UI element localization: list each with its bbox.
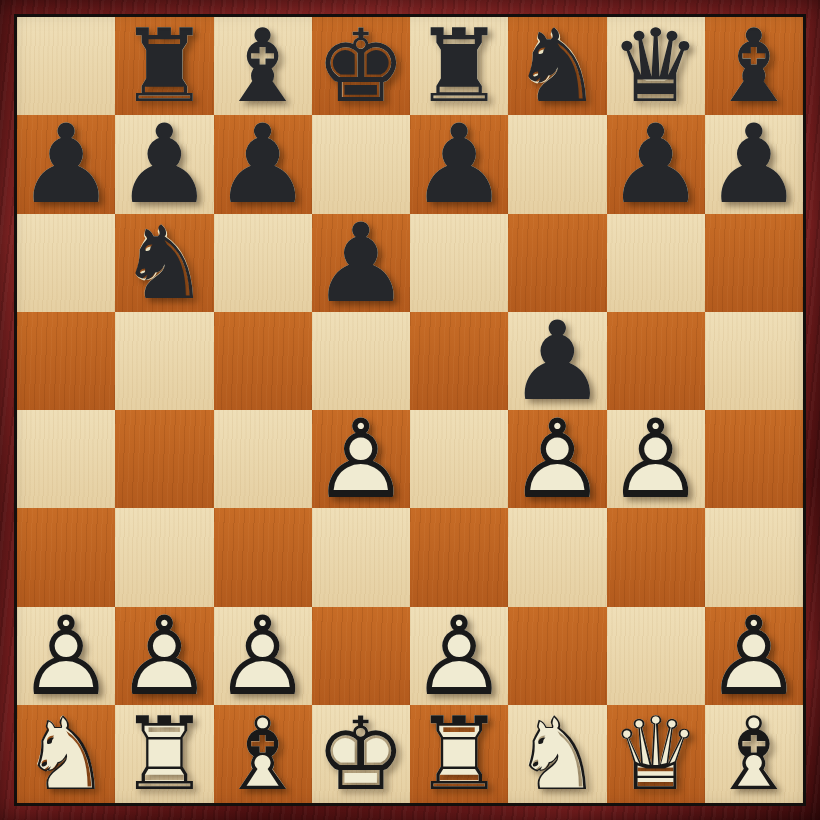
white-queen-g1[interactable]: ♛♕ (607, 705, 705, 803)
black-pawn-h7[interactable]: ♟♙ (705, 115, 803, 213)
black-pawn-c7[interactable]: ♟♙ (214, 115, 312, 213)
square-b1[interactable]: ♜♖ (115, 705, 213, 803)
square-a2[interactable]: ♟♙ (17, 607, 115, 705)
square-c5[interactable] (214, 312, 312, 410)
black-pawn-g7[interactable]: ♟♙ (607, 115, 705, 213)
square-e5[interactable] (410, 312, 508, 410)
white-bishop-h1[interactable]: ♝♗ (705, 705, 803, 803)
square-h5[interactable] (705, 312, 803, 410)
square-b2[interactable]: ♟♙ (115, 607, 213, 705)
square-e2[interactable]: ♟♙ (410, 607, 508, 705)
knight-fill-glyph: ♞ (508, 16, 606, 117)
pawn-fill-glyph: ♟ (410, 110, 508, 219)
square-a6[interactable] (17, 214, 115, 312)
knight-fill-glyph: ♞ (115, 212, 213, 313)
pawn-fill-glyph: ♟ (17, 110, 115, 219)
square-f8[interactable]: ♞♘ (508, 17, 606, 115)
square-d1[interactable]: ♚♔ (312, 705, 410, 803)
bishop-outline-glyph: ♗ (214, 703, 312, 804)
white-knight-a1[interactable]: ♞♘ (17, 705, 115, 803)
square-c7[interactable]: ♟♙ (214, 115, 312, 213)
pawn-outline-glyph: ♙ (607, 405, 705, 514)
square-g3[interactable] (607, 508, 705, 606)
white-pawn-h2[interactable]: ♟♙ (705, 607, 803, 705)
white-pawn-a2[interactable]: ♟♙ (17, 607, 115, 705)
square-b7[interactable]: ♟♙ (115, 115, 213, 213)
pawn-fill-glyph: ♟ (607, 110, 705, 219)
square-f7[interactable] (508, 115, 606, 213)
black-knight-b6[interactable]: ♞♘ (115, 214, 213, 312)
black-pawn-e7[interactable]: ♟♙ (410, 115, 508, 213)
square-h1[interactable]: ♝♗ (705, 705, 803, 803)
white-pawn-e2[interactable]: ♟♙ (410, 607, 508, 705)
square-c6[interactable] (214, 214, 312, 312)
knight-outline-glyph: ♘ (17, 703, 115, 804)
square-c4[interactable] (214, 410, 312, 508)
square-e1[interactable]: ♜♖ (410, 705, 508, 803)
black-pawn-b7[interactable]: ♟♙ (115, 115, 213, 213)
white-bishop-c1[interactable]: ♝♗ (214, 705, 312, 803)
king-fill-glyph: ♚ (312, 16, 410, 117)
square-e7[interactable]: ♟♙ (410, 115, 508, 213)
square-d6[interactable]: ♟♙ (312, 214, 410, 312)
white-pawn-g4[interactable]: ♟♙ (607, 410, 705, 508)
square-g2[interactable] (607, 607, 705, 705)
square-c2[interactable]: ♟♙ (214, 607, 312, 705)
black-knight-f8[interactable]: ♞♘ (508, 17, 606, 115)
king-outline-glyph: ♔ (312, 703, 410, 804)
square-f2[interactable] (508, 607, 606, 705)
square-h7[interactable]: ♟♙ (705, 115, 803, 213)
white-rook-e1[interactable]: ♜♖ (410, 705, 508, 803)
square-h2[interactable]: ♟♙ (705, 607, 803, 705)
rook-outline-glyph: ♖ (115, 703, 213, 804)
square-d3[interactable] (312, 508, 410, 606)
chess-board: ♜♖♝♗♚♔♜♖♞♘♛♕♝♗♟♙♟♙♟♙♟♙♟♙♟♙♞♘♟♙♟♙♟♙♟♙♟♙♟♙… (14, 14, 806, 806)
square-b6[interactable]: ♞♘ (115, 214, 213, 312)
bishop-outline-glyph: ♗ (705, 703, 803, 804)
rook-outline-glyph: ♖ (410, 703, 508, 804)
square-b5[interactable] (115, 312, 213, 410)
square-f3[interactable] (508, 508, 606, 606)
square-a1[interactable]: ♞♘ (17, 705, 115, 803)
square-d2[interactable] (312, 607, 410, 705)
square-b4[interactable] (115, 410, 213, 508)
square-g7[interactable]: ♟♙ (607, 115, 705, 213)
square-d4[interactable]: ♟♙ (312, 410, 410, 508)
white-rook-b1[interactable]: ♜♖ (115, 705, 213, 803)
square-g1[interactable]: ♛♕ (607, 705, 705, 803)
queen-outline-glyph: ♕ (607, 703, 705, 804)
square-e6[interactable] (410, 214, 508, 312)
white-pawn-d4[interactable]: ♟♙ (312, 410, 410, 508)
black-king-d8[interactable]: ♚♔ (312, 17, 410, 115)
square-d8[interactable]: ♚♔ (312, 17, 410, 115)
square-f4[interactable]: ♟♙ (508, 410, 606, 508)
board-frame: ♜♖♝♗♚♔♜♖♞♘♛♕♝♗♟♙♟♙♟♙♟♙♟♙♟♙♞♘♟♙♟♙♟♙♟♙♟♙♟♙… (0, 0, 820, 820)
square-c1[interactable]: ♝♗ (214, 705, 312, 803)
square-g6[interactable] (607, 214, 705, 312)
white-pawn-b2[interactable]: ♟♙ (115, 607, 213, 705)
black-pawn-a7[interactable]: ♟♙ (17, 115, 115, 213)
square-g4[interactable]: ♟♙ (607, 410, 705, 508)
white-pawn-c2[interactable]: ♟♙ (214, 607, 312, 705)
pawn-fill-glyph: ♟ (705, 110, 803, 219)
black-pawn-d6[interactable]: ♟♙ (312, 214, 410, 312)
pawn-outline-glyph: ♙ (312, 405, 410, 514)
square-h4[interactable] (705, 410, 803, 508)
square-h6[interactable] (705, 214, 803, 312)
square-a5[interactable] (17, 312, 115, 410)
square-a7[interactable]: ♟♙ (17, 115, 115, 213)
pawn-fill-glyph: ♟ (214, 110, 312, 219)
white-pawn-f4[interactable]: ♟♙ (508, 410, 606, 508)
square-e4[interactable] (410, 410, 508, 508)
knight-outline-glyph: ♘ (508, 703, 606, 804)
square-a4[interactable] (17, 410, 115, 508)
square-f1[interactable]: ♞♘ (508, 705, 606, 803)
white-knight-f1[interactable]: ♞♘ (508, 705, 606, 803)
pawn-fill-glyph: ♟ (312, 208, 410, 317)
pawn-outline-glyph: ♙ (508, 405, 606, 514)
white-king-d1[interactable]: ♚♔ (312, 705, 410, 803)
